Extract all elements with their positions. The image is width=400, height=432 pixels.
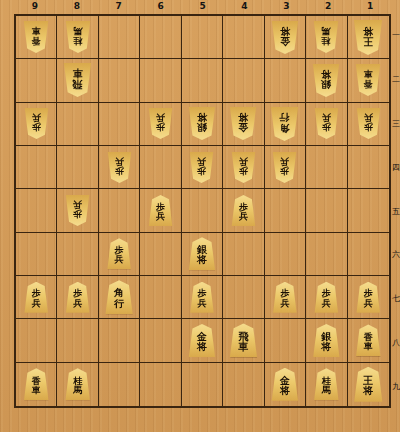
- piece-gote-pawn-74[interactable]: 歩兵: [107, 152, 132, 183]
- piece-sente-pawn-97[interactable]: 歩兵: [24, 282, 49, 313]
- square-2-2[interactable]: 銀将: [306, 59, 347, 102]
- square-5-2[interactable]: [182, 59, 223, 102]
- piece-gote-knight-21[interactable]: 桂馬: [313, 21, 339, 53]
- piece-kanji: 兵: [322, 113, 331, 122]
- piece-kanji: 車: [73, 69, 83, 79]
- square-3-5[interactable]: [265, 189, 306, 232]
- piece-kanji: 飛: [73, 79, 83, 89]
- square-3-9[interactable]: 金将: [265, 363, 306, 406]
- piece-sente-pawn-57[interactable]: 歩兵: [189, 282, 214, 313]
- square-4-1[interactable]: [223, 16, 264, 59]
- square-5-7[interactable]: 歩兵: [182, 276, 223, 319]
- piece-kanji: 兵: [239, 212, 248, 221]
- piece-sente-silver-56[interactable]: 銀将: [188, 237, 216, 270]
- square-5-4[interactable]: 歩兵: [182, 146, 223, 189]
- square-6-6[interactable]: [140, 233, 181, 276]
- square-1-1[interactable]: 王将: [348, 16, 389, 59]
- shogi-board-screenshot: 987654321 香車桂馬金将桂馬王将飛車銀将香車歩兵歩兵銀将金将角行歩兵歩兵…: [0, 0, 400, 432]
- piece-kanji: 馬: [73, 26, 82, 35]
- board-grid: 香車桂馬金将桂馬王将飛車銀将香車歩兵歩兵銀将金将角行歩兵歩兵歩兵歩兵歩兵歩兵歩兵…: [14, 14, 391, 408]
- piece-gote-bishop-33[interactable]: 角行: [270, 107, 299, 141]
- rank-label-3: 三: [392, 102, 400, 146]
- square-3-3[interactable]: 角行: [265, 103, 306, 146]
- square-8-4[interactable]: [57, 146, 98, 189]
- file-label-4: 4: [223, 0, 265, 13]
- piece-kanji: 将: [197, 112, 207, 122]
- piece-kanji: 車: [364, 342, 373, 351]
- piece-kanji: 車: [238, 342, 248, 352]
- piece-kanji: 車: [364, 70, 373, 79]
- square-7-9[interactable]: [99, 363, 140, 406]
- square-6-7[interactable]: [140, 276, 181, 319]
- piece-sente-bishop-77[interactable]: 角行: [105, 280, 134, 314]
- piece-sente-knight-29[interactable]: 桂馬: [313, 368, 339, 400]
- piece-kanji: 車: [32, 386, 41, 395]
- piece-kanji: 馬: [322, 26, 331, 35]
- piece-sente-gold-58[interactable]: 金将: [188, 324, 216, 357]
- piece-gote-pawn-23[interactable]: 歩兵: [314, 108, 339, 139]
- piece-gote-knight-81[interactable]: 桂馬: [65, 21, 91, 53]
- piece-kanji: 歩: [364, 122, 373, 131]
- square-4-9[interactable]: [223, 363, 264, 406]
- piece-kanji: 将: [363, 386, 373, 396]
- file-label-7: 7: [98, 0, 140, 13]
- piece-kanji: 角: [280, 122, 290, 132]
- square-1-2[interactable]: 香車: [348, 59, 389, 102]
- file-label-1: 1: [349, 0, 391, 13]
- square-8-7[interactable]: 歩兵: [57, 276, 98, 319]
- piece-kanji: 兵: [73, 299, 82, 308]
- rank-label-9: 九: [392, 364, 400, 408]
- piece-sente-pawn-65[interactable]: 歩兵: [148, 195, 173, 226]
- piece-sente-knight-89[interactable]: 桂馬: [65, 368, 91, 400]
- square-2-3[interactable]: 歩兵: [306, 103, 347, 146]
- piece-gote-pawn-13[interactable]: 歩兵: [356, 108, 381, 139]
- piece-kanji: 兵: [197, 156, 206, 165]
- piece-kanji: 歩: [156, 122, 165, 131]
- file-label-9: 9: [14, 0, 56, 13]
- piece-kanji: 銀: [321, 79, 331, 89]
- square-8-5[interactable]: 歩兵: [57, 189, 98, 232]
- square-4-3[interactable]: 金将: [223, 103, 264, 146]
- piece-kanji: 歩: [32, 122, 41, 131]
- piece-kanji: 将: [321, 69, 331, 79]
- piece-kanji: 将: [197, 342, 207, 352]
- piece-kanji: 車: [32, 26, 41, 35]
- square-4-5[interactable]: 歩兵: [223, 189, 264, 232]
- square-2-6[interactable]: [306, 233, 347, 276]
- square-3-6[interactable]: [265, 233, 306, 276]
- piece-kanji: 銀: [197, 122, 207, 132]
- piece-kanji: 歩: [322, 122, 331, 131]
- square-2-7[interactable]: 歩兵: [306, 276, 347, 319]
- square-1-3[interactable]: 歩兵: [348, 103, 389, 146]
- file-label-6: 6: [140, 0, 182, 13]
- piece-kanji: 歩: [197, 166, 206, 175]
- piece-gote-lance-91[interactable]: 香車: [23, 21, 49, 53]
- square-9-1[interactable]: 香車: [16, 16, 57, 59]
- piece-kanji: 兵: [280, 156, 289, 165]
- square-7-6[interactable]: 歩兵: [99, 233, 140, 276]
- piece-kanji: 行: [114, 299, 124, 309]
- piece-gote-gold-31[interactable]: 金将: [271, 21, 299, 54]
- square-4-6[interactable]: [223, 233, 264, 276]
- piece-kanji: 兵: [73, 200, 82, 209]
- piece-kanji: 兵: [239, 156, 248, 165]
- piece-sente-pawn-45[interactable]: 歩兵: [231, 195, 256, 226]
- file-label-3: 3: [265, 0, 307, 13]
- piece-sente-king-19[interactable]: 王将: [353, 367, 383, 402]
- square-6-8[interactable]: [140, 319, 181, 362]
- square-9-8[interactable]: [16, 319, 57, 362]
- square-9-3[interactable]: 歩兵: [16, 103, 57, 146]
- piece-kanji: 兵: [32, 299, 41, 308]
- square-1-8[interactable]: 香車: [348, 319, 389, 362]
- piece-kanji: 桂: [322, 36, 331, 45]
- piece-kanji: 将: [363, 25, 373, 35]
- piece-sente-lance-18[interactable]: 香車: [355, 324, 381, 356]
- square-1-7[interactable]: 歩兵: [348, 276, 389, 319]
- square-6-1[interactable]: [140, 16, 181, 59]
- square-5-5[interactable]: [182, 189, 223, 232]
- square-3-2[interactable]: [265, 59, 306, 102]
- square-1-5[interactable]: [348, 189, 389, 232]
- piece-kanji: 兵: [156, 113, 165, 122]
- square-3-8[interactable]: [265, 319, 306, 362]
- piece-kanji: 将: [280, 386, 290, 396]
- square-2-9[interactable]: 桂馬: [306, 363, 347, 406]
- piece-kanji: 金: [280, 36, 290, 46]
- square-5-6[interactable]: 銀将: [182, 233, 223, 276]
- piece-sente-silver-28[interactable]: 銀将: [312, 324, 340, 357]
- piece-sente-lance-99[interactable]: 香車: [23, 368, 49, 400]
- square-1-6[interactable]: [348, 233, 389, 276]
- square-2-1[interactable]: 桂馬: [306, 16, 347, 59]
- square-3-1[interactable]: 金将: [265, 16, 306, 59]
- square-6-2[interactable]: [140, 59, 181, 102]
- piece-kanji: 兵: [115, 156, 124, 165]
- square-5-3[interactable]: 銀将: [182, 103, 223, 146]
- piece-kanji: 金: [238, 122, 248, 132]
- square-2-5[interactable]: [306, 189, 347, 232]
- rank-labels: 一二三四五六七八九: [392, 14, 400, 408]
- file-label-5: 5: [182, 0, 224, 13]
- square-5-8[interactable]: 金将: [182, 319, 223, 362]
- square-7-3[interactable]: [99, 103, 140, 146]
- square-8-6[interactable]: [57, 233, 98, 276]
- rank-label-4: 四: [392, 145, 400, 189]
- piece-kanji: 兵: [197, 299, 206, 308]
- piece-kanji: 将: [280, 25, 290, 35]
- square-7-7[interactable]: 角行: [99, 276, 140, 319]
- square-4-2[interactable]: [223, 59, 264, 102]
- square-1-4[interactable]: [348, 146, 389, 189]
- square-4-7[interactable]: [223, 276, 264, 319]
- square-4-8[interactable]: 飛車: [223, 319, 264, 362]
- piece-sente-gold-39[interactable]: 金将: [271, 368, 299, 401]
- square-7-1[interactable]: [99, 16, 140, 59]
- square-6-3[interactable]: 歩兵: [140, 103, 181, 146]
- piece-sente-rook-48[interactable]: 飛車: [229, 323, 258, 357]
- square-9-4[interactable]: [16, 146, 57, 189]
- rank-label-7: 七: [392, 277, 400, 321]
- piece-kanji: 兵: [364, 299, 373, 308]
- square-3-4[interactable]: 歩兵: [265, 146, 306, 189]
- piece-kanji: 兵: [364, 113, 373, 122]
- piece-sente-pawn-37[interactable]: 歩兵: [272, 282, 297, 313]
- piece-sente-pawn-76[interactable]: 歩兵: [107, 238, 132, 269]
- piece-kanji: 兵: [156, 212, 165, 221]
- piece-kanji: 兵: [280, 299, 289, 308]
- piece-kanji: 歩: [73, 209, 82, 218]
- square-9-9[interactable]: 香車: [16, 363, 57, 406]
- piece-gote-silver-22[interactable]: 銀将: [312, 64, 340, 97]
- piece-gote-rook-82[interactable]: 飛車: [63, 63, 92, 97]
- piece-kanji: 香: [364, 79, 373, 88]
- rank-label-2: 二: [392, 58, 400, 102]
- piece-kanji: 桂: [73, 36, 82, 45]
- square-4-4[interactable]: 歩兵: [223, 146, 264, 189]
- rank-label-8: 八: [392, 320, 400, 364]
- rank-label-5: 五: [392, 189, 400, 233]
- file-labels: 987654321: [14, 0, 391, 13]
- piece-kanji: 王: [363, 36, 373, 46]
- square-2-8[interactable]: 銀将: [306, 319, 347, 362]
- square-8-1[interactable]: 桂馬: [57, 16, 98, 59]
- square-9-5[interactable]: [16, 189, 57, 232]
- square-5-9[interactable]: [182, 363, 223, 406]
- piece-kanji: 行: [280, 112, 290, 122]
- piece-kanji: 馬: [322, 386, 331, 395]
- square-6-9[interactable]: [140, 363, 181, 406]
- file-label-8: 8: [56, 0, 98, 13]
- square-7-4[interactable]: 歩兵: [99, 146, 140, 189]
- piece-kanji: 将: [197, 255, 207, 265]
- piece-gote-king-11[interactable]: 王将: [353, 20, 383, 55]
- square-7-8[interactable]: [99, 319, 140, 362]
- square-1-9[interactable]: 王将: [348, 363, 389, 406]
- square-2-4[interactable]: [306, 146, 347, 189]
- square-9-7[interactable]: 歩兵: [16, 276, 57, 319]
- piece-kanji: 香: [32, 36, 41, 45]
- square-5-1[interactable]: [182, 16, 223, 59]
- square-6-4[interactable]: [140, 146, 181, 189]
- piece-kanji: 兵: [322, 299, 331, 308]
- piece-gote-lance-12[interactable]: 香車: [355, 64, 381, 96]
- rank-label-6: 六: [392, 233, 400, 277]
- file-label-2: 2: [307, 0, 349, 13]
- piece-gote-pawn-34[interactable]: 歩兵: [272, 152, 297, 183]
- piece-gote-pawn-93[interactable]: 歩兵: [24, 108, 49, 139]
- piece-kanji: 将: [238, 112, 248, 122]
- piece-sente-pawn-27[interactable]: 歩兵: [314, 282, 339, 313]
- square-9-6[interactable]: [16, 233, 57, 276]
- square-8-8[interactable]: [57, 319, 98, 362]
- square-7-2[interactable]: [99, 59, 140, 102]
- square-7-5[interactable]: [99, 189, 140, 232]
- piece-gote-pawn-54[interactable]: 歩兵: [189, 152, 214, 183]
- square-8-3[interactable]: [57, 103, 98, 146]
- piece-sente-pawn-87[interactable]: 歩兵: [65, 282, 90, 313]
- square-8-9[interactable]: 桂馬: [57, 363, 98, 406]
- piece-kanji: 馬: [73, 386, 82, 395]
- square-9-2[interactable]: [16, 59, 57, 102]
- piece-gote-silver-53[interactable]: 銀将: [188, 107, 216, 140]
- piece-gote-pawn-85[interactable]: 歩兵: [65, 195, 90, 226]
- square-3-7[interactable]: 歩兵: [265, 276, 306, 319]
- piece-gote-pawn-44[interactable]: 歩兵: [231, 152, 256, 183]
- rank-label-1: 一: [392, 14, 400, 58]
- piece-kanji: 歩: [280, 166, 289, 175]
- piece-gote-gold-43[interactable]: 金将: [229, 107, 257, 140]
- piece-kanji: 兵: [32, 113, 41, 122]
- piece-kanji: 兵: [115, 255, 124, 264]
- square-8-2[interactable]: 飛車: [57, 59, 98, 102]
- piece-kanji: 歩: [115, 166, 124, 175]
- piece-gote-pawn-63[interactable]: 歩兵: [148, 108, 173, 139]
- square-6-5[interactable]: 歩兵: [140, 189, 181, 232]
- piece-kanji: 将: [321, 342, 331, 352]
- piece-sente-pawn-17[interactable]: 歩兵: [356, 282, 381, 313]
- piece-kanji: 歩: [239, 166, 248, 175]
